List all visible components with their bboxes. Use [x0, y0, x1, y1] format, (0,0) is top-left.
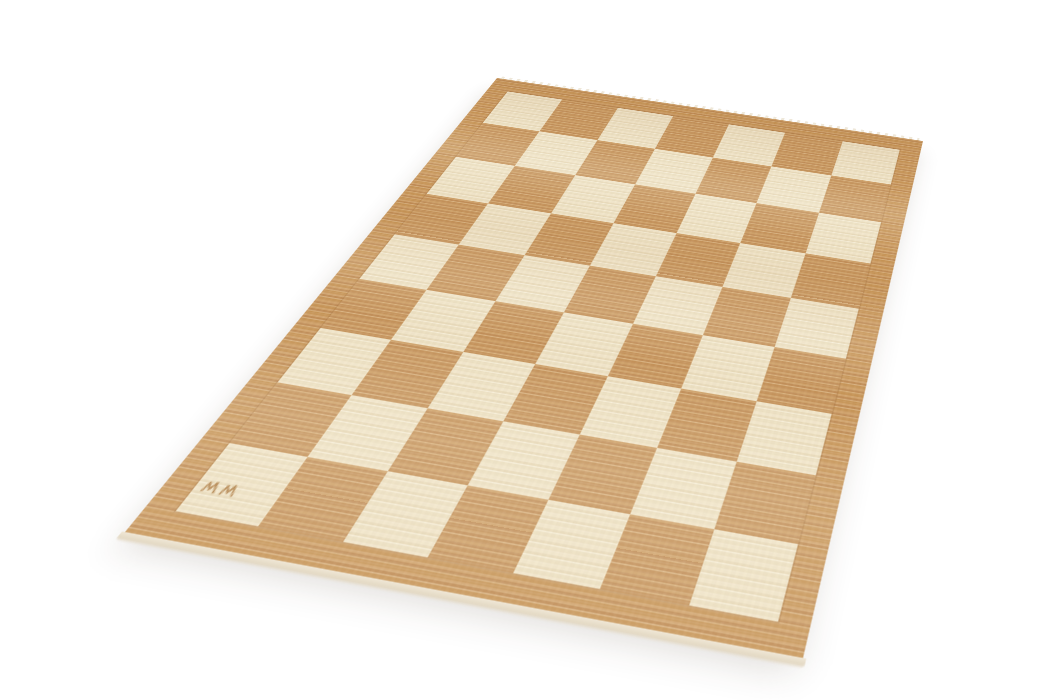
rug — [125, 78, 923, 658]
photo-background — [0, 0, 1050, 700]
checkerboard — [176, 91, 900, 621]
weaver-signature-icon — [199, 480, 242, 498]
